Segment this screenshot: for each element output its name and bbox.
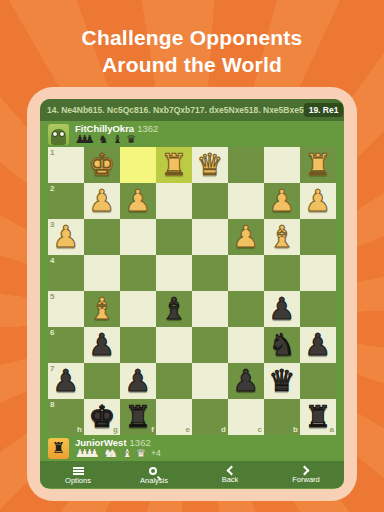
captured-queens: ♛ [126, 134, 136, 145]
square-e6[interactable] [156, 327, 192, 363]
square-e7[interactable] [156, 363, 192, 399]
piece-black-rook[interactable]: ♜ [300, 399, 336, 435]
square-a4[interactable] [300, 255, 336, 291]
square-h1[interactable]: 1 [48, 147, 84, 183]
square-c6[interactable] [228, 327, 264, 363]
move-item[interactable]: 17. dxe5 [195, 105, 229, 115]
square-f4[interactable] [120, 255, 156, 291]
piece-black-pawn[interactable]: ♟ [264, 291, 300, 327]
piece-black-knight[interactable]: ♞ [264, 327, 300, 363]
piece-white-pawn[interactable]: ♟ [84, 183, 120, 219]
square-c1[interactable] [228, 147, 264, 183]
square-g3[interactable] [84, 219, 120, 255]
square-g6[interactable]: ♟ [84, 327, 120, 363]
move-item[interactable]: Nxe5 [229, 105, 249, 115]
piece-black-pawn[interactable]: ♟ [84, 327, 120, 363]
square-e2[interactable] [156, 183, 192, 219]
piece-white-king[interactable]: ♚ [84, 147, 120, 183]
file-label: c [258, 425, 262, 434]
square-g2[interactable]: ♟ [84, 183, 120, 219]
square-a1[interactable]: ♜ [300, 147, 336, 183]
move-item[interactable]: Qc8 [123, 105, 139, 115]
square-g5[interactable]: ♝ [84, 291, 120, 327]
square-d8[interactable]: d [192, 399, 228, 435]
piece-black-pawn[interactable]: ♟ [48, 363, 84, 399]
file-label: e [186, 425, 190, 434]
captured-bishops: ♝ [122, 448, 132, 459]
rank-label: 2 [50, 184, 54, 193]
square-c2[interactable] [228, 183, 264, 219]
square-g8[interactable]: g♚ [84, 399, 120, 435]
chevron-right-icon [300, 466, 310, 476]
piece-white-rook[interactable]: ♜ [300, 147, 336, 183]
square-d3[interactable] [192, 219, 228, 255]
square-g7[interactable] [84, 363, 120, 399]
piece-black-pawn[interactable]: ♟ [300, 327, 336, 363]
square-b4[interactable] [264, 255, 300, 291]
square-d5[interactable] [192, 291, 228, 327]
square-d6[interactable] [192, 327, 228, 363]
square-b6[interactable]: ♞ [264, 327, 300, 363]
square-g1[interactable]: ♚ [84, 147, 120, 183]
captured-knights: ♞ [99, 134, 109, 145]
page-title: Challenge Opponents Around the World [0, 24, 384, 79]
square-d2[interactable] [192, 183, 228, 219]
player-bar-bottom: ♜ JuniorWest1362 ♟♟♟♟♞♞♝♛+4 [40, 435, 344, 461]
board-container: 1♚♜♛♜2♟♟♟♟3♟♟♝45♝♝♟6♟♞♟7♟♟♟♛8hg♚f♜edcba♜ [40, 147, 344, 435]
move-item[interactable]: Bxe5 [283, 105, 303, 115]
square-a8[interactable]: a♜ [300, 399, 336, 435]
square-e4[interactable] [156, 255, 192, 291]
square-f7[interactable]: ♟ [120, 363, 156, 399]
tablet-frame: 14. Ne4Nb615. Nc5Qc816. Nxb7Qxb717. dxe5… [27, 87, 357, 501]
square-h3[interactable]: 3♟ [48, 219, 84, 255]
hamburger-icon [73, 467, 84, 475]
square-c5[interactable] [228, 291, 264, 327]
piece-white-bishop[interactable]: ♝ [84, 291, 120, 327]
square-b8[interactable]: b [264, 399, 300, 435]
square-f1[interactable] [120, 147, 156, 183]
options-button[interactable]: Options [40, 461, 116, 488]
square-f6[interactable] [120, 327, 156, 363]
move-item[interactable]: Qxb7 [174, 105, 195, 115]
okra-eye-icon [52, 131, 58, 137]
square-c3[interactable]: ♟ [228, 219, 264, 255]
square-a2[interactable]: ♟ [300, 183, 336, 219]
piece-white-pawn[interactable]: ♟ [300, 183, 336, 219]
square-g4[interactable] [84, 255, 120, 291]
square-h4[interactable]: 4 [48, 255, 84, 291]
rank-label: 1 [50, 148, 54, 157]
player-rating: 1362 [137, 123, 158, 134]
piece-white-pawn[interactable]: ♟ [48, 219, 84, 255]
avatar[interactable]: ♜ [48, 438, 69, 459]
chess-board: 1♚♜♛♜2♟♟♟♟3♟♟♝45♝♝♟6♟♞♟7♟♟♟♛8hg♚f♜edcba♜ [48, 147, 336, 435]
square-f2[interactable]: ♟ [120, 183, 156, 219]
captured-pieces-tray: ♟♟♟♞♝♛ [75, 134, 158, 145]
square-h5[interactable]: 5 [48, 291, 84, 327]
rank-label: 4 [50, 256, 54, 265]
rank-label: 5 [50, 292, 54, 301]
magnifier-icon [149, 467, 157, 475]
square-a3[interactable] [300, 219, 336, 255]
piece-white-pawn[interactable]: ♟ [120, 183, 156, 219]
piece-black-pawn[interactable]: ♟ [228, 363, 264, 399]
square-f5[interactable] [120, 291, 156, 327]
file-label: b [293, 425, 298, 434]
bottom-toolbar: Options Analysis Back Forward [40, 461, 344, 488]
move-item[interactable]: 18. Nxe5 [249, 105, 284, 115]
move-item[interactable]: 14. Ne4 [47, 105, 77, 115]
piece-black-rook[interactable]: ♜ [120, 399, 156, 435]
square-e3[interactable] [156, 219, 192, 255]
okra-eye-icon [59, 131, 65, 137]
piece-white-pawn[interactable]: ♟ [228, 219, 264, 255]
move-item[interactable]: 15. Nc5 [93, 105, 123, 115]
square-b5[interactable]: ♟ [264, 291, 300, 327]
piece-white-pawn[interactable]: ♟ [264, 183, 300, 219]
square-b7[interactable]: ♛ [264, 363, 300, 399]
square-h6[interactable]: 6 [48, 327, 84, 363]
square-f3[interactable] [120, 219, 156, 255]
square-c4[interactable] [228, 255, 264, 291]
file-label: h [77, 425, 82, 434]
title-line-1: Challenge Opponents [0, 24, 384, 51]
captured-pawns: ♟♟♟♟ [75, 448, 99, 459]
piece-black-bishop[interactable]: ♝ [156, 291, 192, 327]
piece-white-rook[interactable]: ♜ [156, 147, 192, 183]
material-score: +4 [151, 448, 161, 459]
square-e8[interactable]: e [156, 399, 192, 435]
move-item[interactable]: Nb6 [77, 105, 93, 115]
move-item[interactable]: 16. Nxb7 [139, 105, 174, 115]
square-h7[interactable]: 7♟ [48, 363, 84, 399]
square-a6[interactable]: ♟ [300, 327, 336, 363]
rank-label: 6 [50, 328, 54, 337]
square-h8[interactable]: 8h [48, 399, 84, 435]
square-c8[interactable]: c [228, 399, 264, 435]
piece-white-queen[interactable]: ♛ [192, 147, 228, 183]
square-e1[interactable]: ♜ [156, 147, 192, 183]
piece-black-king[interactable]: ♚ [84, 399, 120, 435]
avatar[interactable] [48, 124, 69, 145]
square-f8[interactable]: f♜ [120, 399, 156, 435]
square-d1[interactable]: ♛ [192, 147, 228, 183]
file-label: d [221, 425, 226, 434]
forward-button[interactable]: Forward [268, 461, 344, 488]
rank-label: 8 [50, 400, 54, 409]
captured-queens: ♛ [136, 448, 146, 459]
title-line-2: Around the World [0, 51, 384, 78]
piece-black-pawn[interactable]: ♟ [120, 363, 156, 399]
captured-bishops: ♝ [112, 134, 122, 145]
square-c7[interactable]: ♟ [228, 363, 264, 399]
piece-black-queen[interactable]: ♛ [264, 363, 300, 399]
square-e5[interactable]: ♝ [156, 291, 192, 327]
square-b2[interactable]: ♟ [264, 183, 300, 219]
square-a7[interactable] [300, 363, 336, 399]
square-a5[interactable] [300, 291, 336, 327]
piece-white-bishop[interactable]: ♝ [264, 219, 300, 255]
captured-pieces-tray: ♟♟♟♟♞♞♝♛+4 [75, 448, 161, 459]
square-b1[interactable] [264, 147, 300, 183]
square-b3[interactable]: ♝ [264, 219, 300, 255]
square-h2[interactable]: 2 [48, 183, 84, 219]
captured-knights: ♞♞ [103, 448, 118, 459]
chess-app-screen: 14. Ne4Nb615. Nc5Qc816. Nxb7Qxb717. dxe5… [40, 99, 344, 489]
square-d4[interactable] [192, 255, 228, 291]
chevron-left-icon [227, 466, 237, 476]
analysis-button[interactable]: Analysis [116, 461, 192, 488]
move-item[interactable]: 19. Re1 [304, 103, 344, 117]
back-button[interactable]: Back [192, 461, 268, 488]
player-bar-top: FitChillyOkra1362 ♟♟♟♞♝♛ [40, 121, 344, 147]
captured-pawns: ♟♟♟ [75, 134, 95, 145]
move-list-bar: 14. Ne4Nb615. Nc5Qc816. Nxb7Qxb717. dxe5… [40, 99, 344, 121]
black-rook-avatar-icon: ♜ [52, 441, 65, 456]
square-d7[interactable] [192, 363, 228, 399]
